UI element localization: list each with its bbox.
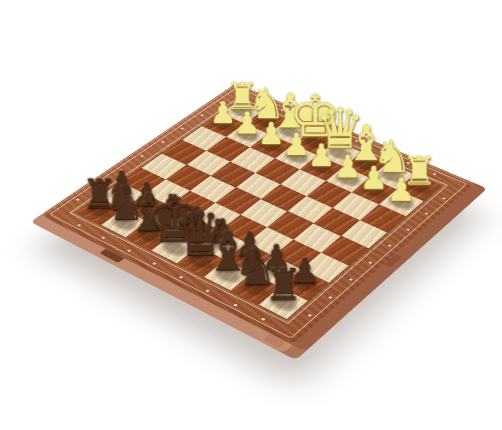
frame-inlay-dot bbox=[307, 314, 312, 317]
frame-inlay-dot bbox=[442, 197, 446, 199]
square-a8[interactable]: ♜ bbox=[258, 287, 308, 319]
fold-latch bbox=[99, 249, 124, 263]
frame-inlay-dot bbox=[140, 155, 144, 157]
frame-inlay-dot bbox=[261, 318, 266, 321]
board-foot-right bbox=[466, 185, 482, 195]
frame-inlay-dot bbox=[101, 236, 105, 239]
frame-inlay-dot bbox=[161, 141, 165, 143]
chess-board: ♜♞♝♚♛♝♞♜♟♟♟♟♟♟♟♟♟♟♟♟♟♟♟♟♜♞♝♚♛♝♞♜ bbox=[40, 83, 475, 345]
white-pawn-glyph: ♟ bbox=[360, 162, 388, 194]
frame-inlay-dot bbox=[200, 114, 204, 116]
frame-inlay-dot bbox=[152, 262, 156, 265]
frame-inlay-dot bbox=[349, 278, 353, 281]
white-pawn-glyph: ♟ bbox=[258, 118, 285, 148]
frame-inlay-dot bbox=[368, 261, 372, 264]
frame-inlay-dot bbox=[328, 296, 333, 299]
frame-inlay-dot bbox=[205, 289, 210, 292]
white-pawn-glyph: ♟ bbox=[387, 173, 416, 205]
board-foot-bottom-side bbox=[297, 330, 319, 346]
board-grid: ♜♞♝♚♛♝♞♜♟♟♟♟♟♟♟♟♟♟♟♟♟♟♟♟♜♞♝♚♛♝♞♜ bbox=[76, 100, 441, 319]
frame-inlay-dot bbox=[179, 276, 184, 279]
white-pawn-glyph: ♟ bbox=[334, 151, 362, 182]
frame-inlay-dot bbox=[233, 303, 238, 306]
frame-inlay-dot bbox=[77, 224, 81, 227]
white-pawn-glyph: ♟ bbox=[308, 140, 336, 171]
square-a2[interactable]: ♟ bbox=[378, 189, 423, 216]
black-rook-glyph: ♜ bbox=[264, 262, 303, 306]
board-scene: ♜♞♝♚♛♝♞♜♟♟♟♟♟♟♟♟♟♟♟♟♟♟♟♟♜♞♝♚♛♝♞♜ bbox=[0, 0, 502, 430]
frame-inlay-dot bbox=[406, 228, 410, 231]
frame-inlay-dot bbox=[127, 249, 131, 252]
product-photo: ♜♞♝♚♛♝♞♜♟♟♟♟♟♟♟♟♟♟♟♟♟♟♟♟♜♞♝♚♛♝♞♜ bbox=[0, 0, 502, 430]
square-b5[interactable] bbox=[294, 223, 341, 252]
white-pawn-glyph: ♟ bbox=[210, 98, 237, 128]
board-foot-bottom bbox=[263, 334, 287, 349]
board-foot-left bbox=[35, 216, 54, 227]
frame-inlay-dot bbox=[424, 212, 428, 215]
frame-inlay-dot bbox=[387, 244, 391, 247]
frame-inlay-dot bbox=[76, 199, 80, 202]
hinge-notch bbox=[384, 254, 403, 268]
frame-inlay-dot bbox=[181, 127, 185, 129]
white-pawn-glyph: ♟ bbox=[283, 129, 311, 160]
